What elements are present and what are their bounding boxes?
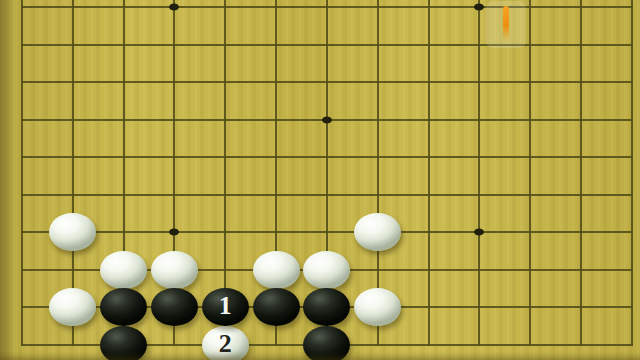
stones-layer: 21 [0,0,640,360]
board-intersection [251,289,302,327]
board-intersection [352,289,403,327]
go-stone-white [49,288,96,326]
go-stone-white [354,213,401,251]
go-stone-white [100,251,147,289]
go-stone-black [253,288,300,326]
go-stone-white [303,251,350,289]
go-stone-black: 1 [202,288,249,326]
move-number-label: 1 [219,293,232,319]
go-stone-black [151,288,198,326]
board-intersection [149,251,200,289]
board-intersection [149,289,200,327]
go-stone-black [100,288,147,326]
board-intersection [98,289,149,327]
board-intersection [98,251,149,289]
board-intersection [47,213,98,251]
board-intersection [352,213,403,251]
go-stone-white [49,213,96,251]
video-frame: 21 [0,0,640,360]
orange-bar-icon [503,6,509,41]
go-stone-white [151,251,198,289]
board-bottom-shadow [0,351,640,360]
board-intersection [302,251,353,289]
go-stone-white [253,251,300,289]
board-intersection [47,289,98,327]
board-intersection [251,251,302,289]
watermark-badge [486,1,526,48]
go-stone-white [354,288,401,326]
board-intersection [302,289,353,327]
board-intersection: 1 [200,289,251,327]
go-stone-black [303,288,350,326]
